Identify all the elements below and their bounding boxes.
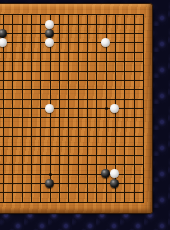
grid-line-horizontal — [0, 192, 144, 193]
grid-line-horizontal — [0, 136, 144, 137]
grid-line-horizontal — [0, 61, 144, 62]
black-stone — [45, 179, 54, 188]
grid-line-horizontal — [0, 14, 144, 15]
white-stone — [0, 38, 7, 47]
grid-line-horizontal — [0, 164, 144, 165]
white-stone — [45, 104, 54, 113]
grid-line-horizontal — [0, 80, 144, 81]
white-stone — [110, 104, 119, 113]
white-stone — [45, 20, 54, 29]
grid-line-horizontal — [0, 108, 144, 109]
grid-line-horizontal — [0, 127, 144, 128]
grid-line-horizontal — [0, 146, 144, 147]
grid-line-horizontal — [0, 174, 144, 175]
grid-line-horizontal — [0, 202, 144, 203]
black-stone — [45, 29, 54, 38]
star-point — [105, 107, 108, 110]
grid-line-horizontal — [0, 42, 144, 43]
black-stone — [0, 29, 7, 38]
grid-line-horizontal — [0, 52, 144, 53]
grid-line-horizontal — [0, 183, 144, 184]
grid-line-horizontal — [0, 71, 144, 72]
white-stone — [45, 38, 54, 47]
grid-line-horizontal — [0, 24, 144, 25]
black-stone — [101, 169, 110, 178]
grid-line-horizontal — [0, 33, 144, 34]
star-point — [49, 173, 52, 176]
grid-line-horizontal — [0, 155, 144, 156]
grid-line-horizontal — [0, 99, 144, 100]
black-stone — [110, 179, 119, 188]
grid-line-horizontal — [0, 117, 144, 118]
go-board[interactable] — [0, 3, 153, 214]
white-stone — [110, 169, 119, 178]
white-stone — [101, 38, 110, 47]
game-window — [0, 0, 170, 230]
grid-line-horizontal — [0, 89, 144, 90]
